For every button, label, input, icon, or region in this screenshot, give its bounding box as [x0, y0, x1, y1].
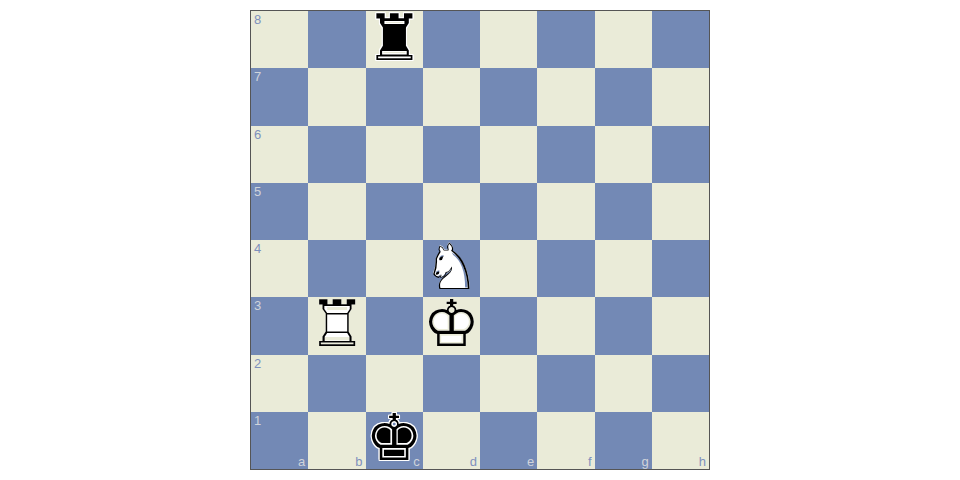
square-b8[interactable] — [308, 11, 365, 68]
square-e3[interactable] — [480, 297, 537, 354]
square-g3[interactable] — [595, 297, 652, 354]
chess-board: 8♜7654♞♘3♜♖♚♔21abc♚defgh — [250, 10, 710, 470]
white-king[interactable]: ♚♔ — [423, 297, 480, 354]
square-a6[interactable]: 6 — [251, 126, 308, 183]
square-c4[interactable] — [366, 240, 423, 297]
page: 8♜7654♞♘3♜♖♚♔21abc♚defgh — [0, 0, 960, 480]
square-g6[interactable] — [595, 126, 652, 183]
square-c5[interactable] — [366, 183, 423, 240]
square-h8[interactable] — [652, 11, 709, 68]
white-rook[interactable]: ♜♖ — [308, 297, 365, 354]
square-d7[interactable] — [423, 68, 480, 125]
black-rook[interactable]: ♜ — [366, 11, 423, 68]
square-a4[interactable]: 4 — [251, 240, 308, 297]
square-f2[interactable] — [537, 355, 594, 412]
square-f6[interactable] — [537, 126, 594, 183]
square-b1[interactable]: b — [308, 412, 365, 469]
square-h5[interactable] — [652, 183, 709, 240]
square-f8[interactable] — [537, 11, 594, 68]
square-g4[interactable] — [595, 240, 652, 297]
black-king-glyph: ♚ — [365, 406, 422, 470]
white-rook-glyph: ♖ — [308, 292, 365, 356]
square-e6[interactable] — [480, 126, 537, 183]
square-c7[interactable] — [366, 68, 423, 125]
square-b6[interactable] — [308, 126, 365, 183]
square-h1[interactable]: h — [652, 412, 709, 469]
rank-label-7: 7 — [254, 69, 261, 84]
square-b5[interactable] — [308, 183, 365, 240]
square-g5[interactable] — [595, 183, 652, 240]
file-label-h: h — [699, 454, 706, 469]
square-a5[interactable]: 5 — [251, 183, 308, 240]
file-label-b: b — [355, 454, 362, 469]
square-h2[interactable] — [652, 355, 709, 412]
square-f4[interactable] — [537, 240, 594, 297]
square-c6[interactable] — [366, 126, 423, 183]
square-a8[interactable]: 8 — [251, 11, 308, 68]
square-f7[interactable] — [537, 68, 594, 125]
square-g1[interactable]: g — [595, 412, 652, 469]
square-e7[interactable] — [480, 68, 537, 125]
square-g2[interactable] — [595, 355, 652, 412]
rank-label-2: 2 — [254, 356, 261, 371]
square-d8[interactable] — [423, 11, 480, 68]
square-d2[interactable] — [423, 355, 480, 412]
black-rook-glyph: ♜ — [365, 6, 422, 70]
rank-label-1: 1 — [254, 413, 261, 428]
square-e1[interactable]: e — [480, 412, 537, 469]
square-h6[interactable] — [652, 126, 709, 183]
file-label-g: g — [642, 454, 649, 469]
rank-label-8: 8 — [254, 12, 261, 27]
white-king-glyph: ♔ — [423, 292, 480, 356]
square-a3[interactable]: 3 — [251, 297, 308, 354]
square-e5[interactable] — [480, 183, 537, 240]
square-a7[interactable]: 7 — [251, 68, 308, 125]
rank-label-3: 3 — [254, 298, 261, 313]
rank-label-6: 6 — [254, 127, 261, 142]
square-e8[interactable] — [480, 11, 537, 68]
square-f1[interactable]: f — [537, 412, 594, 469]
square-h7[interactable] — [652, 68, 709, 125]
square-a1[interactable]: 1a — [251, 412, 308, 469]
square-g8[interactable] — [595, 11, 652, 68]
file-label-d: d — [470, 454, 477, 469]
square-h4[interactable] — [652, 240, 709, 297]
file-label-f: f — [588, 454, 592, 469]
square-c3[interactable] — [366, 297, 423, 354]
square-c8[interactable]: ♜ — [366, 11, 423, 68]
square-b3[interactable]: ♜♖ — [308, 297, 365, 354]
square-e2[interactable] — [480, 355, 537, 412]
square-g7[interactable] — [595, 68, 652, 125]
square-h3[interactable] — [652, 297, 709, 354]
square-e4[interactable] — [480, 240, 537, 297]
square-a2[interactable]: 2 — [251, 355, 308, 412]
square-d6[interactable] — [423, 126, 480, 183]
rank-label-4: 4 — [254, 241, 261, 256]
black-king[interactable]: ♚ — [366, 412, 423, 469]
rank-label-5: 5 — [254, 184, 261, 199]
square-f3[interactable] — [537, 297, 594, 354]
square-d1[interactable]: d — [423, 412, 480, 469]
file-label-e: e — [527, 454, 534, 469]
square-d3[interactable]: ♚♔ — [423, 297, 480, 354]
file-label-a: a — [298, 454, 305, 469]
square-b7[interactable] — [308, 68, 365, 125]
square-b2[interactable] — [308, 355, 365, 412]
square-c1[interactable]: c♚ — [366, 412, 423, 469]
square-f5[interactable] — [537, 183, 594, 240]
